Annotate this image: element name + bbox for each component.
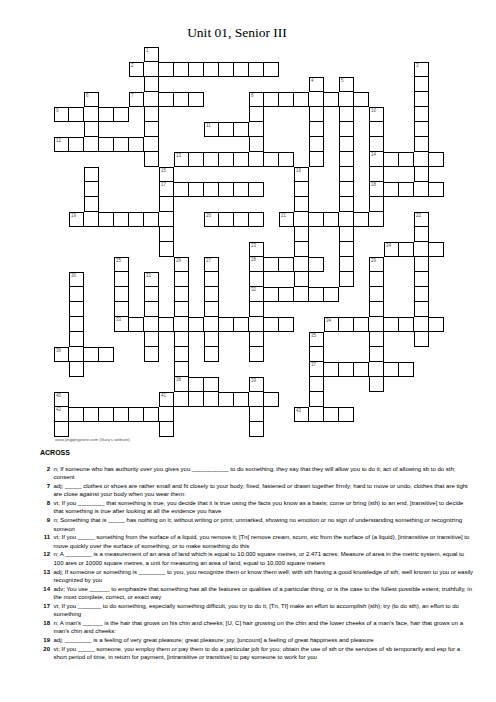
crossword-cell[interactable] xyxy=(129,137,144,152)
cell-number: 10 xyxy=(371,108,376,113)
cell-number: 31 xyxy=(146,273,151,278)
crossword-cell[interactable] xyxy=(84,197,99,212)
crossword-cell[interactable] xyxy=(204,392,219,407)
crossword-cell[interactable] xyxy=(399,242,414,257)
crossword-cell[interactable] xyxy=(219,122,234,137)
crossword-cell[interactable] xyxy=(249,272,264,287)
clue-number: 2 xyxy=(38,465,50,482)
crossword-cell[interactable] xyxy=(174,272,189,287)
cell-number: 27 xyxy=(206,258,211,263)
crossword-cell[interactable]: 39 xyxy=(249,377,264,392)
crossword-cell[interactable] xyxy=(69,362,84,377)
crossword-cell[interactable]: 41 xyxy=(159,392,174,407)
crossword-cell[interactable]: 19 xyxy=(69,212,84,227)
crossword-cell[interactable] xyxy=(144,137,159,152)
crossword-cell[interactable] xyxy=(414,152,429,167)
crossword-cell[interactable] xyxy=(249,422,264,437)
crossword-cell[interactable] xyxy=(369,347,384,362)
crossword-cell[interactable] xyxy=(309,377,324,392)
crossword-cell[interactable] xyxy=(294,197,309,212)
crossword-cell[interactable] xyxy=(309,137,324,152)
cell-number: 8 xyxy=(251,93,254,98)
crossword-cell[interactable] xyxy=(264,287,279,302)
crossword-cell[interactable] xyxy=(204,152,219,167)
crossword-cell[interactable] xyxy=(144,347,159,362)
crossword-cell[interactable] xyxy=(339,107,354,122)
crossword-cell[interactable] xyxy=(69,302,84,317)
cell-number: 16 xyxy=(296,168,301,173)
crossword-cell[interactable] xyxy=(144,152,159,167)
crossword-cell[interactable] xyxy=(414,227,429,242)
crossword-cell[interactable] xyxy=(99,407,114,422)
crossword-cell[interactable] xyxy=(354,362,369,377)
crossword-cell[interactable] xyxy=(219,392,234,407)
crossword-cell[interactable] xyxy=(234,317,249,332)
crossword-cell[interactable] xyxy=(249,317,264,332)
crossword-cell[interactable] xyxy=(114,407,129,422)
crossword-cell[interactable] xyxy=(144,107,159,122)
crossword-cell[interactable] xyxy=(294,227,309,242)
cell-number: 1 xyxy=(146,48,149,53)
clue-number: 17 xyxy=(38,602,50,619)
clue-number: 19 xyxy=(38,636,50,644)
crossword-cell[interactable] xyxy=(309,122,324,137)
crossword-cell[interactable] xyxy=(159,92,174,107)
clue-item: 8vt; If you ________ that something is t… xyxy=(38,499,474,516)
clue-item: 18n; A man's ______ is the hair that gro… xyxy=(38,619,474,636)
crossword-cell[interactable]: 20 xyxy=(204,212,219,227)
crossword-cell[interactable] xyxy=(159,227,174,242)
crossword-cell[interactable] xyxy=(144,92,159,107)
crossword-cell[interactable] xyxy=(54,422,69,437)
crossword-cell[interactable] xyxy=(309,407,324,422)
crossword-cell[interactable] xyxy=(159,212,174,227)
crossword-cell[interactable] xyxy=(399,152,414,167)
crossword-cell[interactable] xyxy=(99,212,114,227)
crossword-cell[interactable] xyxy=(144,77,159,92)
crossword-cell[interactable] xyxy=(249,302,264,317)
crossword-cell[interactable] xyxy=(174,347,189,362)
crossword-cell[interactable] xyxy=(339,137,354,152)
crossword-cell[interactable] xyxy=(84,347,99,362)
crossword-cell[interactable] xyxy=(114,137,129,152)
crossword-cell[interactable] xyxy=(84,167,99,182)
crossword-cell[interactable] xyxy=(69,287,84,302)
crossword-cell[interactable] xyxy=(69,332,84,347)
crossword-cell[interactable] xyxy=(204,347,219,362)
crossword-cell[interactable] xyxy=(174,317,189,332)
crossword-cell[interactable]: 7 xyxy=(129,92,144,107)
cell-number: 14 xyxy=(371,152,376,157)
crossword-cell[interactable] xyxy=(204,377,219,392)
crossword-cell[interactable] xyxy=(204,317,219,332)
crossword-cell[interactable] xyxy=(294,272,309,287)
crossword-cell[interactable] xyxy=(414,122,429,137)
crossword-cell[interactable] xyxy=(294,257,309,272)
crossword-cell[interactable] xyxy=(159,62,174,77)
crossword-cell[interactable]: 33 xyxy=(114,317,129,332)
crossword-cell[interactable] xyxy=(414,332,429,347)
crossword-cell[interactable] xyxy=(429,182,444,197)
crossword-cell[interactable] xyxy=(84,182,99,197)
crossword-cell[interactable] xyxy=(114,212,129,227)
crossword-cell[interactable] xyxy=(294,287,309,302)
crossword-cell[interactable] xyxy=(174,182,189,197)
crossword-cell[interactable] xyxy=(429,152,444,167)
crossword-cell[interactable] xyxy=(324,407,339,422)
crossword-cell[interactable] xyxy=(159,407,174,422)
crossword-cell[interactable] xyxy=(339,152,354,167)
crossword-cell[interactable] xyxy=(114,287,129,302)
crossword-cell[interactable] xyxy=(369,317,384,332)
crossword-cell[interactable] xyxy=(384,182,399,197)
crossword-cell[interactable] xyxy=(159,197,174,212)
crossword-cell[interactable] xyxy=(159,422,174,437)
crossword-cell[interactable] xyxy=(174,332,189,347)
crossword-cell[interactable]: 23 xyxy=(249,242,264,257)
crossword-cell[interactable] xyxy=(309,212,324,227)
clue-item: 17vt; If you _______ to do something, es… xyxy=(38,602,474,619)
crossword-cell[interactable] xyxy=(129,407,144,422)
cell-number: 42 xyxy=(56,407,61,412)
crossword-cell[interactable] xyxy=(204,287,219,302)
crossword-cell[interactable] xyxy=(189,317,204,332)
crossword-cell[interactable] xyxy=(129,212,144,227)
crossword-cell[interactable] xyxy=(264,257,279,272)
clue-text: adj; ________ is a feeling of very great… xyxy=(54,636,475,644)
crossword-cell[interactable]: 12 xyxy=(54,137,69,152)
crossword-cell[interactable] xyxy=(99,107,114,122)
crossword-cell[interactable] xyxy=(144,332,159,347)
crossword-cell[interactable] xyxy=(354,212,369,227)
clue-text: n; A man's ______ is the hair that grows… xyxy=(54,619,475,636)
clue-item: 14adv; You use ______ to emphasize that … xyxy=(38,585,474,602)
crossword-cell[interactable] xyxy=(204,62,219,77)
across-section-header: ACROSS xyxy=(40,449,70,456)
crossword-cell[interactable] xyxy=(294,182,309,197)
crossword-cell[interactable] xyxy=(249,182,264,197)
crossword-cell[interactable] xyxy=(309,287,324,302)
crossword-cell[interactable] xyxy=(249,212,264,227)
crossword-cell[interactable] xyxy=(339,182,354,197)
crossword-cell[interactable] xyxy=(384,317,399,332)
crossword-cell[interactable] xyxy=(84,212,99,227)
crossword-cell[interactable]: 21 xyxy=(279,212,294,227)
crossword-cell[interactable] xyxy=(414,272,429,287)
clue-item: 13adj; If someone or something is ______… xyxy=(38,568,474,585)
crossword-cell[interactable]: 38 xyxy=(174,377,189,392)
crossword-cell[interactable] xyxy=(69,137,84,152)
crossword-cell[interactable]: 31 xyxy=(144,272,159,287)
crossword-cell[interactable] xyxy=(264,152,279,167)
crossword-cell[interactable] xyxy=(369,332,384,347)
crossword-cell[interactable] xyxy=(189,62,204,77)
crossword-cell[interactable] xyxy=(234,152,249,167)
crossword-cell[interactable]: 27 xyxy=(204,257,219,272)
crossword-cell[interactable] xyxy=(249,152,264,167)
crossword-cell[interactable]: 1 xyxy=(144,47,159,62)
crossword-cell[interactable] xyxy=(369,212,384,227)
crossword-cell[interactable] xyxy=(114,107,129,122)
crossword-cell[interactable] xyxy=(414,257,429,272)
crossword-cell[interactable] xyxy=(234,182,249,197)
crossword-cell[interactable] xyxy=(324,287,339,302)
crossword-cell[interactable] xyxy=(234,122,249,137)
crossword-cell[interactable]: 5 xyxy=(339,77,354,92)
crossword-cell[interactable] xyxy=(174,287,189,302)
crossword-cell[interactable] xyxy=(339,242,354,257)
cell-number: 3 xyxy=(416,63,419,68)
crossword-cell[interactable] xyxy=(339,272,354,287)
crossword-cell[interactable] xyxy=(174,302,189,317)
crossword-cell[interactable] xyxy=(189,152,204,167)
crossword-cell[interactable]: 13 xyxy=(174,152,189,167)
crossword-cell[interactable] xyxy=(309,107,324,122)
crossword-cell[interactable]: 16 xyxy=(294,167,309,182)
crossword-cell[interactable] xyxy=(339,122,354,137)
crossword-cell[interactable]: 2 xyxy=(129,62,144,77)
crossword-cell[interactable] xyxy=(264,62,279,77)
crossword-cell[interactable] xyxy=(249,137,264,152)
cell-number: 9 xyxy=(56,108,59,113)
crossword-cell[interactable] xyxy=(219,62,234,77)
crossword-cell[interactable] xyxy=(189,92,204,107)
crossword-cell[interactable] xyxy=(279,92,294,107)
crossword-cell[interactable] xyxy=(309,257,324,272)
clue-text: vt; If you _____ something from the surf… xyxy=(54,533,475,550)
crossword-cell[interactable] xyxy=(249,62,264,77)
cell-number: 18 xyxy=(371,182,376,187)
crossword-cell[interactable] xyxy=(354,92,369,107)
crossword-cell[interactable]: 10 xyxy=(369,107,384,122)
crossword-cell[interactable] xyxy=(339,92,354,107)
crossword-cell[interactable] xyxy=(339,197,354,212)
crossword-cell[interactable] xyxy=(204,182,219,197)
crossword-cell[interactable] xyxy=(249,347,264,362)
crossword-cell[interactable]: 11 xyxy=(204,122,219,137)
crossword-cell[interactable] xyxy=(84,407,99,422)
crossword-cell[interactable]: 15 xyxy=(159,167,174,182)
crossword-cell[interactable] xyxy=(414,77,429,92)
crossword-cell[interactable] xyxy=(279,287,294,302)
crossword-cell[interactable] xyxy=(309,347,324,362)
crossword-cell[interactable] xyxy=(369,302,384,317)
crossword-cell[interactable]: 32 xyxy=(249,287,264,302)
crossword-cell[interactable] xyxy=(429,242,444,257)
cell-number: 13 xyxy=(176,153,181,158)
cell-number: 24 xyxy=(386,243,391,248)
crossword-cell[interactable] xyxy=(309,152,324,167)
crossword-cell[interactable] xyxy=(339,212,354,227)
crossword-cell[interactable] xyxy=(84,137,99,152)
crossword-cell[interactable] xyxy=(324,362,339,377)
crossword-cell[interactable] xyxy=(399,317,414,332)
page-title: Unit 01, Senior III xyxy=(0,25,474,41)
crossword-cell[interactable] xyxy=(249,407,264,422)
cell-number: 35 xyxy=(311,333,316,338)
crossword-cell[interactable]: 35 xyxy=(309,332,324,347)
crossword-cell[interactable] xyxy=(249,332,264,347)
clue-number: 13 xyxy=(38,568,50,585)
crossword-cell[interactable]: 4 xyxy=(309,77,324,92)
crossword-cell[interactable] xyxy=(249,122,264,137)
crossword-cell[interactable]: 17 xyxy=(159,182,174,197)
crossword-cell[interactable]: 6 xyxy=(84,92,99,107)
crossword-cell[interactable] xyxy=(249,392,264,407)
crossword-cell[interactable]: 9 xyxy=(54,107,69,122)
crossword-cell[interactable]: 24 xyxy=(384,242,399,257)
crossword-cell[interactable] xyxy=(174,62,189,77)
crossword-cell[interactable] xyxy=(264,392,279,407)
cell-number: 33 xyxy=(116,317,121,322)
crossword-cell[interactable] xyxy=(144,302,159,317)
crossword-cell[interactable] xyxy=(69,107,84,122)
footer-credit: www.jingqingzone.com (Gary's website) xyxy=(55,437,130,442)
crossword-cell[interactable] xyxy=(174,392,189,407)
crossword-cell[interactable] xyxy=(414,107,429,122)
crossword-cell[interactable] xyxy=(159,317,174,332)
crossword-cell[interactable] xyxy=(219,182,234,197)
crossword-cell[interactable]: 3 xyxy=(414,62,429,77)
crossword-cell[interactable] xyxy=(84,122,99,137)
crossword-cell[interactable] xyxy=(384,362,399,377)
crossword-cell[interactable] xyxy=(414,92,429,107)
crossword-cell[interactable]: 18 xyxy=(369,182,384,197)
crossword-cell[interactable] xyxy=(69,317,84,332)
crossword-cell[interactable] xyxy=(234,392,249,407)
crossword-cell[interactable] xyxy=(249,107,264,122)
crossword-cell[interactable] xyxy=(414,182,429,197)
crossword-cell[interactable] xyxy=(399,182,414,197)
crossword-cell[interactable]: 22 xyxy=(414,212,429,227)
crossword-cell[interactable] xyxy=(309,92,324,107)
crossword-cell[interactable] xyxy=(429,317,444,332)
crossword-cell[interactable] xyxy=(69,407,84,422)
cell-number: 23 xyxy=(251,243,256,248)
crossword-cell[interactable]: 40 xyxy=(54,392,69,407)
clue-number: 20 xyxy=(38,645,50,662)
crossword-cell[interactable] xyxy=(369,197,384,212)
crossword-cell[interactable] xyxy=(414,317,429,332)
crossword-cell[interactable] xyxy=(264,92,279,107)
crossword-cell[interactable] xyxy=(339,317,354,332)
crossword-cell[interactable]: 28 xyxy=(249,257,264,272)
crossword-cell[interactable] xyxy=(264,317,279,332)
crossword-cell[interactable]: 43 xyxy=(294,407,309,422)
crossword-cell[interactable] xyxy=(219,152,234,167)
crossword-cell[interactable] xyxy=(279,317,294,332)
crossword-cell[interactable] xyxy=(414,167,429,182)
crossword-cell[interactable] xyxy=(144,122,159,137)
crossword-cell[interactable] xyxy=(204,302,219,317)
crossword-cell[interactable]: 8 xyxy=(249,92,264,107)
clue-item: 2n; If someone who has authority over yo… xyxy=(38,465,474,482)
crossword-cell[interactable]: 34 xyxy=(324,317,339,332)
crossword-cell[interactable]: 36 xyxy=(54,347,69,362)
cell-number: 12 xyxy=(56,138,61,143)
crossword-cell[interactable]: 42 xyxy=(54,407,69,422)
crossword-cell[interactable] xyxy=(414,287,429,302)
crossword-cell[interactable] xyxy=(369,137,384,152)
crossword-cell[interactable] xyxy=(339,407,354,422)
crossword-cell[interactable] xyxy=(354,317,369,332)
crossword-cell[interactable] xyxy=(174,362,189,377)
crossword-cell[interactable] xyxy=(144,317,159,332)
cell-number: 21 xyxy=(281,213,286,218)
cell-number: 30 xyxy=(71,273,76,278)
crossword-cell[interactable] xyxy=(144,287,159,302)
crossword-cell[interactable] xyxy=(369,362,384,377)
crossword-cell[interactable] xyxy=(159,242,174,257)
crossword-cell[interactable] xyxy=(189,392,204,407)
crossword-cell[interactable] xyxy=(339,227,354,242)
crossword-cell[interactable] xyxy=(294,242,309,257)
crossword-cell[interactable] xyxy=(144,407,159,422)
crossword-cell[interactable] xyxy=(369,377,384,392)
crossword-cell[interactable] xyxy=(219,317,234,332)
crossword-cell[interactable] xyxy=(339,257,354,272)
crossword-cell[interactable] xyxy=(114,272,129,287)
crossword-cell[interactable] xyxy=(339,362,354,377)
crossword-cell[interactable] xyxy=(399,362,414,377)
crossword-cell[interactable] xyxy=(369,122,384,137)
cell-number: 19 xyxy=(71,213,76,218)
clue-item: 9n; Something that is _____ has nothing … xyxy=(38,516,474,533)
crossword-cell[interactable] xyxy=(69,347,84,362)
crossword-cell[interactable] xyxy=(144,212,159,227)
crossword-cell[interactable] xyxy=(99,137,114,152)
crossword-cell[interactable]: 26 xyxy=(174,257,189,272)
crossword-cell[interactable] xyxy=(339,167,354,182)
crossword-cell[interactable] xyxy=(189,377,204,392)
crossword-cell[interactable] xyxy=(369,287,384,302)
crossword-cell[interactable] xyxy=(189,182,204,197)
crossword-cell[interactable] xyxy=(174,92,189,107)
crossword-cell[interactable] xyxy=(279,257,294,272)
crossword-cell[interactable] xyxy=(294,212,309,227)
crossword-cell[interactable] xyxy=(324,212,339,227)
crossword-cell[interactable]: 29 xyxy=(369,257,384,272)
crossword-cell[interactable] xyxy=(414,137,429,152)
crossword-cell[interactable] xyxy=(219,212,234,227)
crossword-cell[interactable] xyxy=(369,272,384,287)
crossword-cell[interactable] xyxy=(204,272,219,287)
crossword-cell[interactable] xyxy=(324,92,339,107)
crossword-cell[interactable] xyxy=(114,302,129,317)
crossword-cell[interactable] xyxy=(84,107,99,122)
crossword-cell[interactable] xyxy=(204,332,219,347)
crossword-cell[interactable] xyxy=(144,62,159,77)
crossword-cell[interactable] xyxy=(234,212,249,227)
clue-number: 9 xyxy=(38,516,50,533)
crossword-cell[interactable] xyxy=(309,392,324,407)
crossword-cell[interactable]: 25 xyxy=(114,257,129,272)
crossword-cell[interactable] xyxy=(414,302,429,317)
cell-number: 43 xyxy=(296,408,301,413)
crossword-cell[interactable] xyxy=(384,152,399,167)
crossword-cell[interactable] xyxy=(279,152,294,167)
crossword-cell[interactable] xyxy=(129,317,144,332)
crossword-cell[interactable] xyxy=(414,242,429,257)
crossword-cell[interactable] xyxy=(234,62,249,77)
crossword-cell[interactable] xyxy=(99,347,114,362)
crossword-cell[interactable]: 14 xyxy=(369,152,384,167)
cell-number: 22 xyxy=(416,213,421,218)
crossword-cell[interactable]: 37 xyxy=(309,362,324,377)
crossword-cell[interactable] xyxy=(294,92,309,107)
crossword-cell[interactable] xyxy=(369,167,384,182)
crossword-cell[interactable]: 30 xyxy=(69,272,84,287)
